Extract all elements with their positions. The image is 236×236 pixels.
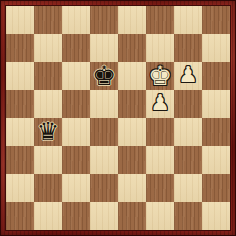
chess-board: ♚♚♟♟♛ bbox=[6, 6, 230, 230]
square-f8[interactable] bbox=[146, 6, 174, 34]
square-a7[interactable] bbox=[6, 34, 34, 62]
square-a6[interactable] bbox=[6, 62, 34, 90]
square-b2[interactable] bbox=[34, 174, 62, 202]
square-a1[interactable] bbox=[6, 202, 34, 230]
square-d5[interactable] bbox=[90, 90, 118, 118]
square-c8[interactable] bbox=[62, 6, 90, 34]
square-a4[interactable] bbox=[6, 118, 34, 146]
square-d7[interactable] bbox=[90, 34, 118, 62]
square-g4[interactable] bbox=[174, 118, 202, 146]
square-h8[interactable] bbox=[202, 6, 230, 34]
square-d6[interactable]: ♚ bbox=[90, 62, 118, 90]
square-b7[interactable] bbox=[34, 34, 62, 62]
square-e4[interactable] bbox=[118, 118, 146, 146]
square-a5[interactable] bbox=[6, 90, 34, 118]
square-g3[interactable] bbox=[174, 146, 202, 174]
square-c4[interactable] bbox=[62, 118, 90, 146]
square-b3[interactable] bbox=[34, 146, 62, 174]
square-f6[interactable]: ♚ bbox=[146, 62, 174, 90]
square-b4[interactable]: ♛ bbox=[34, 118, 62, 146]
square-c5[interactable] bbox=[62, 90, 90, 118]
square-e6[interactable] bbox=[118, 62, 146, 90]
square-d2[interactable] bbox=[90, 174, 118, 202]
square-b1[interactable] bbox=[34, 202, 62, 230]
square-f2[interactable] bbox=[146, 174, 174, 202]
square-g2[interactable] bbox=[174, 174, 202, 202]
square-e2[interactable] bbox=[118, 174, 146, 202]
square-f3[interactable] bbox=[146, 146, 174, 174]
white-king[interactable]: ♚ bbox=[148, 62, 172, 89]
square-e1[interactable] bbox=[118, 202, 146, 230]
square-g1[interactable] bbox=[174, 202, 202, 230]
board-frame: ♚♚♟♟♛ bbox=[0, 0, 236, 236]
square-c6[interactable] bbox=[62, 62, 90, 90]
white-pawn[interactable]: ♟ bbox=[178, 64, 198, 86]
square-f5[interactable]: ♟ bbox=[146, 90, 174, 118]
square-b6[interactable] bbox=[34, 62, 62, 90]
square-f7[interactable] bbox=[146, 34, 174, 62]
square-d4[interactable] bbox=[90, 118, 118, 146]
square-g8[interactable] bbox=[174, 6, 202, 34]
square-e3[interactable] bbox=[118, 146, 146, 174]
square-c7[interactable] bbox=[62, 34, 90, 62]
square-h2[interactable] bbox=[202, 174, 230, 202]
square-f4[interactable] bbox=[146, 118, 174, 146]
square-c3[interactable] bbox=[62, 146, 90, 174]
square-h1[interactable] bbox=[202, 202, 230, 230]
square-a3[interactable] bbox=[6, 146, 34, 174]
square-g5[interactable] bbox=[174, 90, 202, 118]
square-h3[interactable] bbox=[202, 146, 230, 174]
square-e5[interactable] bbox=[118, 90, 146, 118]
square-a8[interactable] bbox=[6, 6, 34, 34]
square-h5[interactable] bbox=[202, 90, 230, 118]
square-h4[interactable] bbox=[202, 118, 230, 146]
white-pawn[interactable]: ♟ bbox=[150, 92, 170, 114]
square-d1[interactable] bbox=[90, 202, 118, 230]
square-g6[interactable]: ♟ bbox=[174, 62, 202, 90]
square-e7[interactable] bbox=[118, 34, 146, 62]
square-b5[interactable] bbox=[34, 90, 62, 118]
square-h7[interactable] bbox=[202, 34, 230, 62]
square-e8[interactable] bbox=[118, 6, 146, 34]
square-c2[interactable] bbox=[62, 174, 90, 202]
black-queen[interactable]: ♛ bbox=[37, 119, 59, 144]
square-g7[interactable] bbox=[174, 34, 202, 62]
square-d8[interactable] bbox=[90, 6, 118, 34]
square-f1[interactable] bbox=[146, 202, 174, 230]
square-h6[interactable] bbox=[202, 62, 230, 90]
square-d3[interactable] bbox=[90, 146, 118, 174]
square-c1[interactable] bbox=[62, 202, 90, 230]
square-a2[interactable] bbox=[6, 174, 34, 202]
square-b8[interactable] bbox=[34, 6, 62, 34]
black-king[interactable]: ♚ bbox=[92, 62, 116, 89]
